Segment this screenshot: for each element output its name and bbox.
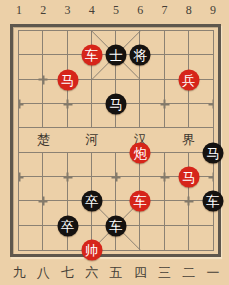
piece-black-soldier[interactable]: 卒: [81, 191, 102, 212]
piece-red-horse[interactable]: 马: [57, 69, 78, 90]
file-number-label: 7: [162, 3, 168, 18]
piece-red-general[interactable]: 帅: [81, 240, 102, 261]
piece-black-horse[interactable]: 马: [203, 142, 224, 163]
file-numeral-label: 三: [158, 264, 171, 282]
pieces-layer: 车士将马兵马炮马马卒车车卒车帅: [19, 31, 213, 250]
piece-black-general[interactable]: 将: [130, 45, 151, 66]
file-numeral-label: 八: [37, 264, 50, 282]
piece-red-chariot[interactable]: 车: [81, 45, 102, 66]
file-numeral-label: 二: [182, 264, 195, 282]
file-number-label: 9: [210, 3, 216, 18]
file-numeral-label: 一: [207, 264, 220, 282]
piece-black-soldier[interactable]: 卒: [57, 215, 78, 236]
file-numeral-label: 六: [85, 264, 98, 282]
file-numeral-label: 九: [13, 264, 26, 282]
piece-red-cannon[interactable]: 炮: [130, 142, 151, 163]
file-numeral-label: 七: [61, 264, 74, 282]
file-number-label: 8: [186, 3, 192, 18]
top-coordinates: 123456789: [19, 3, 213, 19]
file-number-label: 3: [65, 3, 71, 18]
piece-red-horse[interactable]: 马: [178, 167, 199, 188]
file-number-label: 6: [137, 3, 143, 18]
piece-black-chariot[interactable]: 车: [203, 191, 224, 212]
piece-red-soldier[interactable]: 兵: [178, 69, 199, 90]
bottom-coordinates: 九八七六五四三二一: [19, 264, 213, 280]
piece-black-advisor[interactable]: 士: [106, 45, 127, 66]
xiangqi-board: 楚河汉界 车士将马兵马炮马马卒车车卒车帅: [18, 30, 214, 251]
piece-red-chariot[interactable]: 车: [130, 191, 151, 212]
piece-black-horse[interactable]: 马: [106, 94, 127, 115]
file-numeral-label: 五: [110, 264, 123, 282]
file-number-label: 2: [40, 3, 46, 18]
file-number-label: 1: [16, 3, 22, 18]
piece-black-chariot[interactable]: 车: [106, 215, 127, 236]
file-number-label: 4: [89, 3, 95, 18]
file-number-label: 5: [113, 3, 119, 18]
file-numeral-label: 四: [134, 264, 147, 282]
